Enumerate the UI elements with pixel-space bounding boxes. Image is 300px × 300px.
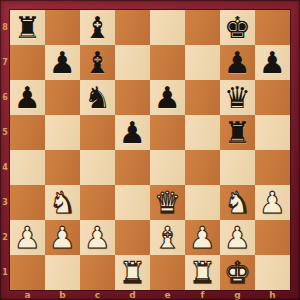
piece-black-bishop[interactable]: ♝ <box>84 45 111 80</box>
square-e3[interactable]: ♛ <box>150 185 185 220</box>
square-h5[interactable] <box>255 115 290 150</box>
square-a6[interactable]: ♟ <box>10 80 45 115</box>
square-f4[interactable] <box>185 150 220 185</box>
square-e4[interactable] <box>150 150 185 185</box>
rank-label-7: 7 <box>0 45 10 80</box>
square-a4[interactable] <box>10 150 45 185</box>
square-e1[interactable] <box>150 255 185 290</box>
square-a2[interactable]: ♟ <box>10 220 45 255</box>
piece-black-rook[interactable]: ♜ <box>14 10 41 45</box>
piece-black-pawn[interactable]: ♟ <box>224 45 251 80</box>
piece-white-knight[interactable]: ♞ <box>224 185 251 220</box>
piece-white-bishop[interactable]: ♝ <box>154 220 181 255</box>
square-f3[interactable] <box>185 185 220 220</box>
square-b2[interactable]: ♟ <box>45 220 80 255</box>
square-b4[interactable] <box>45 150 80 185</box>
rank-label-1: 1 <box>0 255 10 290</box>
square-g4[interactable] <box>220 150 255 185</box>
square-f8[interactable] <box>185 10 220 45</box>
piece-black-knight[interactable]: ♞ <box>84 80 111 115</box>
piece-white-pawn[interactable]: ♟ <box>189 220 216 255</box>
square-e5[interactable] <box>150 115 185 150</box>
square-h7[interactable]: ♟ <box>255 45 290 80</box>
file-label-d: d <box>115 289 150 300</box>
square-a8[interactable]: ♜ <box>10 10 45 45</box>
square-c1[interactable] <box>80 255 115 290</box>
square-a7[interactable] <box>10 45 45 80</box>
square-g7[interactable]: ♟ <box>220 45 255 80</box>
piece-white-pawn[interactable]: ♟ <box>14 220 41 255</box>
piece-black-pawn[interactable]: ♟ <box>259 45 286 80</box>
square-f5[interactable] <box>185 115 220 150</box>
square-g3[interactable]: ♞ <box>220 185 255 220</box>
square-a3[interactable] <box>10 185 45 220</box>
chess-board: ♜♝♚♟♝♟♟♟♞♟♛♟♜♞♛♞♟♟♟♟♝♟♟♜♜♚ <box>10 10 290 290</box>
square-d4[interactable] <box>115 150 150 185</box>
square-c6[interactable]: ♞ <box>80 80 115 115</box>
piece-white-pawn[interactable]: ♟ <box>49 220 76 255</box>
square-a5[interactable] <box>10 115 45 150</box>
piece-black-pawn[interactable]: ♟ <box>14 80 41 115</box>
square-g5[interactable]: ♜ <box>220 115 255 150</box>
square-e6[interactable]: ♟ <box>150 80 185 115</box>
rank-label-4: 4 <box>0 150 10 185</box>
square-b1[interactable] <box>45 255 80 290</box>
square-f2[interactable]: ♟ <box>185 220 220 255</box>
square-c2[interactable]: ♟ <box>80 220 115 255</box>
piece-black-king[interactable]: ♚ <box>224 10 251 45</box>
square-g1[interactable]: ♚ <box>220 255 255 290</box>
square-a1[interactable] <box>10 255 45 290</box>
rank-label-6: 6 <box>0 80 10 115</box>
square-b5[interactable] <box>45 115 80 150</box>
square-g2[interactable]: ♟ <box>220 220 255 255</box>
square-g8[interactable]: ♚ <box>220 10 255 45</box>
rank-labels: 87654321 <box>0 10 10 290</box>
square-c3[interactable] <box>80 185 115 220</box>
square-b6[interactable] <box>45 80 80 115</box>
square-e8[interactable] <box>150 10 185 45</box>
square-d8[interactable] <box>115 10 150 45</box>
piece-white-king[interactable]: ♚ <box>224 255 251 290</box>
square-h4[interactable] <box>255 150 290 185</box>
file-label-a: a <box>10 289 45 300</box>
square-b7[interactable]: ♟ <box>45 45 80 80</box>
square-b3[interactable]: ♞ <box>45 185 80 220</box>
square-f1[interactable]: ♜ <box>185 255 220 290</box>
file-label-g: g <box>220 289 255 300</box>
square-e7[interactable] <box>150 45 185 80</box>
rank-label-3: 3 <box>0 185 10 220</box>
square-d2[interactable] <box>115 220 150 255</box>
square-d5[interactable]: ♟ <box>115 115 150 150</box>
square-c8[interactable]: ♝ <box>80 10 115 45</box>
piece-black-queen[interactable]: ♛ <box>224 80 251 115</box>
piece-white-rook[interactable]: ♜ <box>189 255 216 290</box>
piece-black-pawn[interactable]: ♟ <box>119 115 146 150</box>
piece-black-bishop[interactable]: ♝ <box>84 10 111 45</box>
square-h6[interactable] <box>255 80 290 115</box>
square-d7[interactable] <box>115 45 150 80</box>
piece-black-pawn[interactable]: ♟ <box>49 45 76 80</box>
square-f7[interactable] <box>185 45 220 80</box>
square-f6[interactable] <box>185 80 220 115</box>
square-d1[interactable]: ♜ <box>115 255 150 290</box>
square-d6[interactable] <box>115 80 150 115</box>
square-c4[interactable] <box>80 150 115 185</box>
piece-white-pawn[interactable]: ♟ <box>224 220 251 255</box>
file-label-c: c <box>80 289 115 300</box>
rank-label-8: 8 <box>0 10 10 45</box>
square-h1[interactable] <box>255 255 290 290</box>
piece-white-pawn[interactable]: ♟ <box>84 220 111 255</box>
square-c5[interactable] <box>80 115 115 150</box>
piece-white-queen[interactable]: ♛ <box>154 185 181 220</box>
file-label-e: e <box>150 289 185 300</box>
square-h8[interactable] <box>255 10 290 45</box>
chess-board-frame: 87654321 ♜♝♚♟♝♟♟♟♞♟♛♟♜♞♛♞♟♟♟♟♝♟♟♜♜♚ abcd… <box>0 0 300 300</box>
square-e2[interactable]: ♝ <box>150 220 185 255</box>
file-label-b: b <box>45 289 80 300</box>
square-b8[interactable] <box>45 10 80 45</box>
rank-label-5: 5 <box>0 115 10 150</box>
file-label-h: h <box>255 289 290 300</box>
square-h2[interactable] <box>255 220 290 255</box>
piece-black-rook[interactable]: ♜ <box>224 115 251 150</box>
square-d3[interactable] <box>115 185 150 220</box>
square-c7[interactable]: ♝ <box>80 45 115 80</box>
square-g6[interactable]: ♛ <box>220 80 255 115</box>
square-h3[interactable]: ♟ <box>255 185 290 220</box>
piece-white-knight[interactable]: ♞ <box>49 185 76 220</box>
rank-label-2: 2 <box>0 220 10 255</box>
file-labels: abcdefgh <box>10 289 290 300</box>
piece-white-pawn[interactable]: ♟ <box>259 185 286 220</box>
piece-white-rook[interactable]: ♜ <box>119 255 146 290</box>
file-label-f: f <box>185 289 220 300</box>
piece-black-pawn[interactable]: ♟ <box>154 80 181 115</box>
